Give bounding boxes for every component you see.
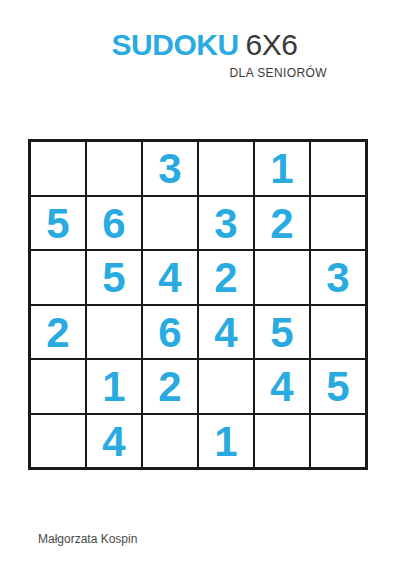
sudoku-cell-r2c3 <box>143 197 197 250</box>
sudoku-grid: 31563254232645124541 <box>28 139 368 470</box>
sudoku-cell-r3c6: 3 <box>311 251 365 304</box>
cell-digit: 3 <box>326 257 349 299</box>
sudoku-cell-r4c5: 5 <box>255 306 309 359</box>
sudoku-cell-r6c6 <box>311 415 365 468</box>
sudoku-cell-r1c1 <box>31 142 85 195</box>
sudoku-cell-r4c4: 4 <box>199 306 253 359</box>
book-cover-page: { "game": "sudoku-6x6", "position": "003… <box>0 0 395 561</box>
sudoku-cell-r6c1 <box>31 415 85 468</box>
sudoku-cell-r5c4 <box>199 360 253 413</box>
sudoku-cell-r2c2: 6 <box>87 197 141 250</box>
cell-digit: 1 <box>214 421 237 463</box>
author-credit: Małgorzata Kospin <box>38 532 137 546</box>
sudoku-cell-r4c1: 2 <box>31 306 85 359</box>
cell-digit: 4 <box>158 257 181 299</box>
sudoku-cell-r3c2: 5 <box>87 251 141 304</box>
cell-digit: 4 <box>214 312 237 354</box>
cell-digit: 2 <box>158 366 181 408</box>
cell-digit: 5 <box>326 366 349 408</box>
sudoku-cell-r4c2 <box>87 306 141 359</box>
sudoku-cell-r5c6: 5 <box>311 360 365 413</box>
cell-digit: 6 <box>102 203 125 245</box>
title-main: SUDOKU <box>112 28 239 61</box>
sudoku-cell-r2c4: 3 <box>199 197 253 250</box>
sudoku-cell-r5c1 <box>31 360 85 413</box>
sudoku-cell-r5c2: 1 <box>87 360 141 413</box>
cell-digit: 1 <box>102 366 125 408</box>
cell-digit: 4 <box>102 421 125 463</box>
cell-digit: 3 <box>214 203 237 245</box>
sudoku-cell-r2c1: 5 <box>31 197 85 250</box>
cell-digit: 1 <box>270 148 293 190</box>
cell-digit: 2 <box>270 203 293 245</box>
sudoku-cell-r2c5: 2 <box>255 197 309 250</box>
sudoku-cell-r1c5: 1 <box>255 142 309 195</box>
sudoku-cell-r1c6 <box>311 142 365 195</box>
cell-digit: 5 <box>46 203 69 245</box>
page-title: SUDOKU6X6 <box>0 30 395 60</box>
sudoku-cell-r5c5: 4 <box>255 360 309 413</box>
sudoku-cell-r6c4: 1 <box>199 415 253 468</box>
sudoku-cell-r6c2: 4 <box>87 415 141 468</box>
subtitle: DLA SENIORÓW <box>230 66 327 80</box>
cell-digit: 5 <box>270 312 293 354</box>
sudoku-cell-r3c1 <box>31 251 85 304</box>
sudoku-cell-r3c4: 2 <box>199 251 253 304</box>
sudoku-cell-r6c5 <box>255 415 309 468</box>
sudoku-cell-r6c3 <box>143 415 197 468</box>
sudoku-cell-r3c3: 4 <box>143 251 197 304</box>
cell-digit: 6 <box>158 312 181 354</box>
cell-digit: 3 <box>158 148 181 190</box>
sudoku-cell-r1c3: 3 <box>143 142 197 195</box>
sudoku-cell-r5c3: 2 <box>143 360 197 413</box>
sudoku-cell-r4c6 <box>311 306 365 359</box>
cell-digit: 2 <box>214 257 237 299</box>
title-size: 6X6 <box>246 28 298 61</box>
sudoku-cell-r2c6 <box>311 197 365 250</box>
cell-digit: 4 <box>270 366 293 408</box>
sudoku-cell-r1c4 <box>199 142 253 195</box>
sudoku-cell-r4c3: 6 <box>143 306 197 359</box>
cell-digit: 2 <box>46 312 69 354</box>
sudoku-cell-r3c5 <box>255 251 309 304</box>
cell-digit: 5 <box>102 257 125 299</box>
sudoku-cell-r1c2 <box>87 142 141 195</box>
